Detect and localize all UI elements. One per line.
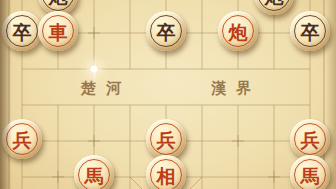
piece-red-horse-right[interactable]: 馬 xyxy=(290,155,330,189)
piece-red-chariot[interactable]: 車 xyxy=(38,11,78,51)
piece-black-soldier-3[interactable]: 卒 xyxy=(290,11,330,51)
piece-red-soldier-3[interactable]: 兵 xyxy=(290,119,330,159)
piece-char: 車 xyxy=(49,23,68,42)
piece-char: 兵 xyxy=(301,131,320,150)
piece-black-soldier-2[interactable]: 卒 xyxy=(146,11,186,51)
xiangqi-board[interactable]: 楚河 漢界 炮炮卒車卒炮卒兵兵兵馬相馬 xyxy=(0,0,336,189)
piece-char: 兵 xyxy=(157,131,176,150)
piece-red-soldier-2[interactable]: 兵 xyxy=(146,119,186,159)
piece-red-soldier-1[interactable]: 兵 xyxy=(2,119,42,159)
piece-char: 卒 xyxy=(157,23,176,42)
piece-char: 炮 xyxy=(265,0,284,6)
piece-char: 卒 xyxy=(13,23,32,42)
piece-char: 炮 xyxy=(229,23,248,42)
piece-char: 馬 xyxy=(85,167,104,186)
piece-red-elephant[interactable]: 相 xyxy=(146,155,186,189)
move-indicator-sparkle xyxy=(90,65,99,74)
piece-red-horse-left[interactable]: 馬 xyxy=(74,155,114,189)
piece-char: 炮 xyxy=(49,0,68,6)
piece-char: 卒 xyxy=(301,23,320,42)
river-label-chu-he: 楚河 xyxy=(71,79,131,98)
piece-red-cannon[interactable]: 炮 xyxy=(218,11,258,51)
river-label-han-jie: 漢界 xyxy=(201,79,261,98)
piece-char: 相 xyxy=(157,167,176,186)
piece-char: 馬 xyxy=(301,167,320,186)
piece-char: 兵 xyxy=(13,131,32,150)
piece-black-soldier-1[interactable]: 卒 xyxy=(2,11,42,51)
